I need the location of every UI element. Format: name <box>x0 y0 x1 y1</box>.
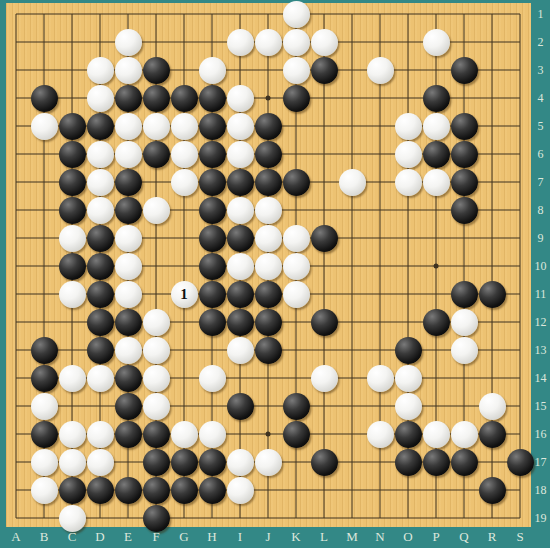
go-app-window: 1 ABCDEFGHIJKLMNOPQRS 123456789101112131… <box>0 0 550 548</box>
black-stone-F16[interactable] <box>143 421 170 448</box>
black-stone-K7[interactable] <box>283 169 310 196</box>
black-stone-P6[interactable] <box>423 141 450 168</box>
column-label-B: B <box>40 529 49 545</box>
white-stone-C19[interactable] <box>59 505 86 532</box>
white-stone-C17[interactable] <box>59 449 86 476</box>
black-stone-D11[interactable] <box>87 281 114 308</box>
white-stone-P2[interactable] <box>423 29 450 56</box>
black-stone-Q3[interactable] <box>451 57 478 84</box>
column-label-D: D <box>95 529 104 545</box>
black-stone-C5[interactable] <box>59 113 86 140</box>
white-stone-E11[interactable] <box>115 281 142 308</box>
white-stone-J10[interactable] <box>255 253 282 280</box>
black-stone-P4[interactable] <box>423 85 450 112</box>
white-stone-P7[interactable] <box>423 169 450 196</box>
column-label-L: L <box>320 529 328 545</box>
black-stone-L17[interactable] <box>311 449 338 476</box>
black-stone-J11[interactable] <box>255 281 282 308</box>
black-stone-H17[interactable] <box>199 449 226 476</box>
black-stone-B14[interactable] <box>31 365 58 392</box>
white-stone-G6[interactable] <box>171 141 198 168</box>
black-stone-Q8[interactable] <box>451 197 478 224</box>
white-stone-K1[interactable] <box>283 1 310 28</box>
black-stone-E7[interactable] <box>115 169 142 196</box>
white-stone-O14[interactable] <box>395 365 422 392</box>
column-label-F: F <box>152 529 159 545</box>
black-stone-E15[interactable] <box>115 393 142 420</box>
column-label-N: N <box>375 529 384 545</box>
black-stone-Q6[interactable] <box>451 141 478 168</box>
white-stone-J9[interactable] <box>255 225 282 252</box>
black-stone-R18[interactable] <box>479 477 506 504</box>
black-stone-D12[interactable] <box>87 309 114 336</box>
white-stone-D16[interactable] <box>87 421 114 448</box>
black-stone-R11[interactable] <box>479 281 506 308</box>
row-label-11: 11 <box>531 287 550 302</box>
column-label-S: S <box>516 529 523 545</box>
black-stone-G18[interactable] <box>171 477 198 504</box>
black-stone-I11[interactable] <box>227 281 254 308</box>
white-stone-Q12[interactable] <box>451 309 478 336</box>
black-stone-I15[interactable] <box>227 393 254 420</box>
column-label-P: P <box>432 529 439 545</box>
star-point-P10 <box>434 264 439 269</box>
row-label-9: 9 <box>531 231 550 246</box>
black-stone-I7[interactable] <box>227 169 254 196</box>
column-label-K: K <box>291 529 300 545</box>
row-label-6: 6 <box>531 147 550 162</box>
white-stone-O15[interactable] <box>395 393 422 420</box>
black-stone-P12[interactable] <box>423 309 450 336</box>
black-stone-J7[interactable] <box>255 169 282 196</box>
black-stone-H7[interactable] <box>199 169 226 196</box>
row-label-4: 4 <box>531 91 550 106</box>
row-label-15: 15 <box>531 399 550 414</box>
white-stone-P5[interactable] <box>423 113 450 140</box>
column-label-H: H <box>207 529 216 545</box>
black-stone-L9[interactable] <box>311 225 338 252</box>
row-label-19: 19 <box>531 511 550 526</box>
white-stone-I10[interactable] <box>227 253 254 280</box>
black-stone-Q11[interactable] <box>451 281 478 308</box>
white-stone-F13[interactable] <box>143 337 170 364</box>
white-stone-I8[interactable] <box>227 197 254 224</box>
black-stone-H8[interactable] <box>199 197 226 224</box>
black-stone-Q7[interactable] <box>451 169 478 196</box>
white-stone-F14[interactable] <box>143 365 170 392</box>
white-stone-N14[interactable] <box>367 365 394 392</box>
column-label-M: M <box>346 529 358 545</box>
black-stone-D18[interactable] <box>87 477 114 504</box>
white-stone-E9[interactable] <box>115 225 142 252</box>
black-stone-D10[interactable] <box>87 253 114 280</box>
go-board[interactable]: 1 <box>6 3 531 527</box>
black-stone-H10[interactable] <box>199 253 226 280</box>
black-stone-H11[interactable] <box>199 281 226 308</box>
black-stone-I9[interactable] <box>227 225 254 252</box>
white-stone-D7[interactable] <box>87 169 114 196</box>
white-stone-E5[interactable] <box>115 113 142 140</box>
white-stone-K3[interactable] <box>283 57 310 84</box>
white-stone-H3[interactable] <box>199 57 226 84</box>
black-stone-Q5[interactable] <box>451 113 478 140</box>
white-stone-O5[interactable] <box>395 113 422 140</box>
white-stone-K10[interactable] <box>283 253 310 280</box>
column-label-I: I <box>238 529 242 545</box>
white-stone-M7[interactable] <box>339 169 366 196</box>
white-stone-E2[interactable] <box>115 29 142 56</box>
black-stone-O13[interactable] <box>395 337 422 364</box>
white-stone-I18[interactable] <box>227 477 254 504</box>
black-stone-P17[interactable] <box>423 449 450 476</box>
black-stone-E8[interactable] <box>115 197 142 224</box>
row-label-1: 1 <box>531 7 550 22</box>
column-label-G: G <box>179 529 188 545</box>
white-stone-D3[interactable] <box>87 57 114 84</box>
white-stone-P16[interactable] <box>423 421 450 448</box>
white-stone-N3[interactable] <box>367 57 394 84</box>
black-stone-G17[interactable] <box>171 449 198 476</box>
white-stone-F8[interactable] <box>143 197 170 224</box>
white-stone-R15[interactable] <box>479 393 506 420</box>
white-stone-F15[interactable] <box>143 393 170 420</box>
row-label-16: 16 <box>531 427 550 442</box>
black-stone-K16[interactable] <box>283 421 310 448</box>
black-stone-I12[interactable] <box>227 309 254 336</box>
white-stone-J2[interactable] <box>255 29 282 56</box>
row-label-14: 14 <box>531 371 550 386</box>
white-stone-I6[interactable] <box>227 141 254 168</box>
black-stone-F3[interactable] <box>143 57 170 84</box>
black-stone-H9[interactable] <box>199 225 226 252</box>
white-stone-K11[interactable] <box>283 281 310 308</box>
black-stone-E14[interactable] <box>115 365 142 392</box>
black-stone-H5[interactable] <box>199 113 226 140</box>
row-label-8: 8 <box>531 203 550 218</box>
black-stone-E16[interactable] <box>115 421 142 448</box>
white-stone-C11[interactable] <box>59 281 86 308</box>
row-label-5: 5 <box>531 119 550 134</box>
black-stone-C8[interactable] <box>59 197 86 224</box>
black-stone-F4[interactable] <box>143 85 170 112</box>
white-stone-C14[interactable] <box>59 365 86 392</box>
black-stone-J5[interactable] <box>255 113 282 140</box>
row-label-10: 10 <box>531 259 550 274</box>
white-stone-L2[interactable] <box>311 29 338 56</box>
white-stone-B18[interactable] <box>31 477 58 504</box>
white-stone-F5[interactable] <box>143 113 170 140</box>
black-stone-F19[interactable] <box>143 505 170 532</box>
black-stone-H18[interactable] <box>199 477 226 504</box>
column-label-J: J <box>265 529 270 545</box>
black-stone-E12[interactable] <box>115 309 142 336</box>
white-stone-B5[interactable] <box>31 113 58 140</box>
row-label-13: 13 <box>531 343 550 358</box>
black-stone-L3[interactable] <box>311 57 338 84</box>
white-stone-D4[interactable] <box>87 85 114 112</box>
star-point-J4 <box>266 96 271 101</box>
white-stone-I5[interactable] <box>227 113 254 140</box>
white-stone-B17[interactable] <box>31 449 58 476</box>
black-stone-J13[interactable] <box>255 337 282 364</box>
black-stone-C18[interactable] <box>59 477 86 504</box>
black-stone-C7[interactable] <box>59 169 86 196</box>
white-stone-B15[interactable] <box>31 393 58 420</box>
black-stone-K4[interactable] <box>283 85 310 112</box>
white-stone-L14[interactable] <box>311 365 338 392</box>
black-stone-H12[interactable] <box>199 309 226 336</box>
black-stone-O16[interactable] <box>395 421 422 448</box>
black-stone-B16[interactable] <box>31 421 58 448</box>
black-stone-D13[interactable] <box>87 337 114 364</box>
star-point-J16 <box>266 432 271 437</box>
black-stone-S17[interactable] <box>507 449 534 476</box>
row-label-17: 17 <box>531 455 550 470</box>
marked-stone-move-1-G11[interactable]: 1 <box>171 281 198 308</box>
black-stone-B13[interactable] <box>31 337 58 364</box>
white-stone-O7[interactable] <box>395 169 422 196</box>
black-stone-J12[interactable] <box>255 309 282 336</box>
column-label-C: C <box>68 529 77 545</box>
white-stone-I17[interactable] <box>227 449 254 476</box>
column-label-R: R <box>488 529 497 545</box>
white-stone-K2[interactable] <box>283 29 310 56</box>
white-stone-D14[interactable] <box>87 365 114 392</box>
black-stone-L12[interactable] <box>311 309 338 336</box>
black-stone-C6[interactable] <box>59 141 86 168</box>
row-label-3: 3 <box>531 63 550 78</box>
black-stone-H6[interactable] <box>199 141 226 168</box>
white-stone-Q16[interactable] <box>451 421 478 448</box>
white-stone-I13[interactable] <box>227 337 254 364</box>
white-stone-I4[interactable] <box>227 85 254 112</box>
column-label-A: A <box>11 529 20 545</box>
white-stone-C16[interactable] <box>59 421 86 448</box>
white-stone-D6[interactable] <box>87 141 114 168</box>
white-stone-H16[interactable] <box>199 421 226 448</box>
white-stone-I2[interactable] <box>227 29 254 56</box>
white-stone-E10[interactable] <box>115 253 142 280</box>
white-stone-N16[interactable] <box>367 421 394 448</box>
white-stone-D17[interactable] <box>87 449 114 476</box>
black-stone-E4[interactable] <box>115 85 142 112</box>
black-stone-O17[interactable] <box>395 449 422 476</box>
black-stone-B4[interactable] <box>31 85 58 112</box>
white-stone-O6[interactable] <box>395 141 422 168</box>
row-label-12: 12 <box>531 315 550 330</box>
black-stone-G4[interactable] <box>171 85 198 112</box>
black-stone-H4[interactable] <box>199 85 226 112</box>
white-stone-H14[interactable] <box>199 365 226 392</box>
black-stone-K15[interactable] <box>283 393 310 420</box>
black-stone-F6[interactable] <box>143 141 170 168</box>
black-stone-D5[interactable] <box>87 113 114 140</box>
black-stone-E18[interactable] <box>115 477 142 504</box>
black-stone-R16[interactable] <box>479 421 506 448</box>
row-label-7: 7 <box>531 175 550 190</box>
column-label-E: E <box>124 529 132 545</box>
white-stone-J17[interactable] <box>255 449 282 476</box>
black-stone-J6[interactable] <box>255 141 282 168</box>
black-stone-F17[interactable] <box>143 449 170 476</box>
column-label-O: O <box>403 529 412 545</box>
white-stone-G7[interactable] <box>171 169 198 196</box>
white-stone-F12[interactable] <box>143 309 170 336</box>
black-stone-C10[interactable] <box>59 253 86 280</box>
white-stone-Q13[interactable] <box>451 337 478 364</box>
white-stone-D8[interactable] <box>87 197 114 224</box>
black-stone-D9[interactable] <box>87 225 114 252</box>
white-stone-E13[interactable] <box>115 337 142 364</box>
row-label-18: 18 <box>531 483 550 498</box>
column-label-Q: Q <box>459 529 468 545</box>
white-stone-E6[interactable] <box>115 141 142 168</box>
black-stone-F18[interactable] <box>143 477 170 504</box>
white-stone-C9[interactable] <box>59 225 86 252</box>
white-stone-G5[interactable] <box>171 113 198 140</box>
black-stone-Q17[interactable] <box>451 449 478 476</box>
white-stone-G16[interactable] <box>171 421 198 448</box>
white-stone-E3[interactable] <box>115 57 142 84</box>
row-label-2: 2 <box>531 35 550 50</box>
white-stone-K9[interactable] <box>283 225 310 252</box>
white-stone-J8[interactable] <box>255 197 282 224</box>
